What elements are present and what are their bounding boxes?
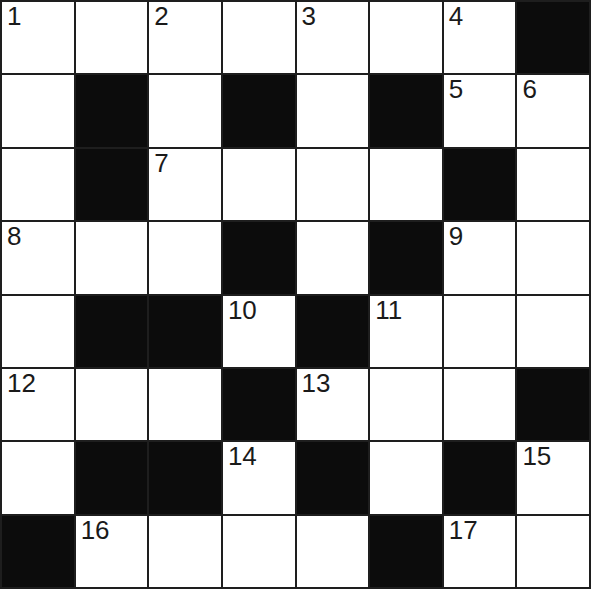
black-cell-r4c1 bbox=[76, 296, 148, 367]
clue-number: 12 bbox=[7, 369, 36, 398]
clue-number: 14 bbox=[228, 442, 257, 471]
black-cell-r3c5 bbox=[370, 222, 442, 293]
clue-number: 13 bbox=[302, 369, 331, 398]
white-cell-r7c1[interactable]: 16 bbox=[76, 516, 148, 587]
clue-number: 7 bbox=[154, 149, 168, 178]
clue-number: 15 bbox=[522, 442, 551, 471]
white-cell-r0c5[interactable] bbox=[370, 2, 442, 73]
black-cell-r2c6 bbox=[444, 149, 516, 220]
white-cell-r0c0[interactable]: 1 bbox=[2, 2, 74, 73]
white-cell-r4c3[interactable]: 10 bbox=[223, 296, 295, 367]
black-cell-r3c3 bbox=[223, 222, 295, 293]
clue-number: 3 bbox=[302, 2, 316, 31]
white-cell-r4c5[interactable]: 11 bbox=[370, 296, 442, 367]
white-cell-r1c4[interactable] bbox=[297, 75, 369, 146]
white-cell-r6c0[interactable] bbox=[2, 442, 74, 513]
white-cell-r5c4[interactable]: 13 bbox=[297, 369, 369, 440]
white-cell-r2c0[interactable] bbox=[2, 149, 74, 220]
white-cell-r7c7[interactable] bbox=[517, 516, 589, 587]
white-cell-r2c7[interactable] bbox=[517, 149, 589, 220]
white-cell-r0c2[interactable]: 2 bbox=[149, 2, 221, 73]
white-cell-r1c6[interactable]: 5 bbox=[444, 75, 516, 146]
white-cell-r7c4[interactable] bbox=[297, 516, 369, 587]
white-cell-r5c2[interactable] bbox=[149, 369, 221, 440]
white-cell-r1c0[interactable] bbox=[2, 75, 74, 146]
black-cell-r2c1 bbox=[76, 149, 148, 220]
clue-number: 16 bbox=[81, 516, 110, 545]
clue-number: 9 bbox=[449, 222, 463, 251]
clue-number: 5 bbox=[449, 75, 463, 104]
clue-number: 17 bbox=[449, 516, 478, 545]
black-cell-r7c0 bbox=[2, 516, 74, 587]
black-cell-r4c2 bbox=[149, 296, 221, 367]
white-cell-r3c4[interactable] bbox=[297, 222, 369, 293]
black-cell-r0c7 bbox=[517, 2, 589, 73]
black-cell-r4c4 bbox=[297, 296, 369, 367]
white-cell-r0c1[interactable] bbox=[76, 2, 148, 73]
white-cell-r2c3[interactable] bbox=[223, 149, 295, 220]
black-cell-r6c2 bbox=[149, 442, 221, 513]
black-cell-r5c3 bbox=[223, 369, 295, 440]
clue-number: 4 bbox=[449, 2, 463, 31]
white-cell-r0c3[interactable] bbox=[223, 2, 295, 73]
white-cell-r2c2[interactable]: 7 bbox=[149, 149, 221, 220]
white-cell-r0c6[interactable]: 4 bbox=[444, 2, 516, 73]
clue-number: 10 bbox=[228, 296, 257, 325]
white-cell-r5c6[interactable] bbox=[444, 369, 516, 440]
white-cell-r1c7[interactable]: 6 bbox=[517, 75, 589, 146]
crossword-grid: 1234567891011121314151617 bbox=[0, 0, 591, 589]
clue-number: 11 bbox=[375, 296, 402, 325]
black-cell-r5c7 bbox=[517, 369, 589, 440]
clue-number: 2 bbox=[154, 2, 168, 31]
white-cell-r7c2[interactable] bbox=[149, 516, 221, 587]
clue-number: 1 bbox=[7, 2, 21, 31]
white-cell-r4c6[interactable] bbox=[444, 296, 516, 367]
white-cell-r7c3[interactable] bbox=[223, 516, 295, 587]
black-cell-r1c3 bbox=[223, 75, 295, 146]
black-cell-r1c1 bbox=[76, 75, 148, 146]
white-cell-r3c0[interactable]: 8 bbox=[2, 222, 74, 293]
white-cell-r6c7[interactable]: 15 bbox=[517, 442, 589, 513]
white-cell-r3c2[interactable] bbox=[149, 222, 221, 293]
white-cell-r6c3[interactable]: 14 bbox=[223, 442, 295, 513]
white-cell-r5c0[interactable]: 12 bbox=[2, 369, 74, 440]
white-cell-r4c7[interactable] bbox=[517, 296, 589, 367]
white-cell-r3c1[interactable] bbox=[76, 222, 148, 293]
white-cell-r5c1[interactable] bbox=[76, 369, 148, 440]
white-cell-r0c4[interactable]: 3 bbox=[297, 2, 369, 73]
white-cell-r2c4[interactable] bbox=[297, 149, 369, 220]
white-cell-r3c6[interactable]: 9 bbox=[444, 222, 516, 293]
black-cell-r6c6 bbox=[444, 442, 516, 513]
white-cell-r1c2[interactable] bbox=[149, 75, 221, 146]
clue-number: 6 bbox=[522, 75, 536, 104]
black-cell-r6c1 bbox=[76, 442, 148, 513]
black-cell-r6c4 bbox=[297, 442, 369, 513]
clue-number: 8 bbox=[7, 222, 21, 251]
white-cell-r7c6[interactable]: 17 bbox=[444, 516, 516, 587]
black-cell-r7c5 bbox=[370, 516, 442, 587]
white-cell-r5c5[interactable] bbox=[370, 369, 442, 440]
white-cell-r6c5[interactable] bbox=[370, 442, 442, 513]
black-cell-r1c5 bbox=[370, 75, 442, 146]
white-cell-r4c0[interactable] bbox=[2, 296, 74, 367]
white-cell-r2c5[interactable] bbox=[370, 149, 442, 220]
white-cell-r3c7[interactable] bbox=[517, 222, 589, 293]
